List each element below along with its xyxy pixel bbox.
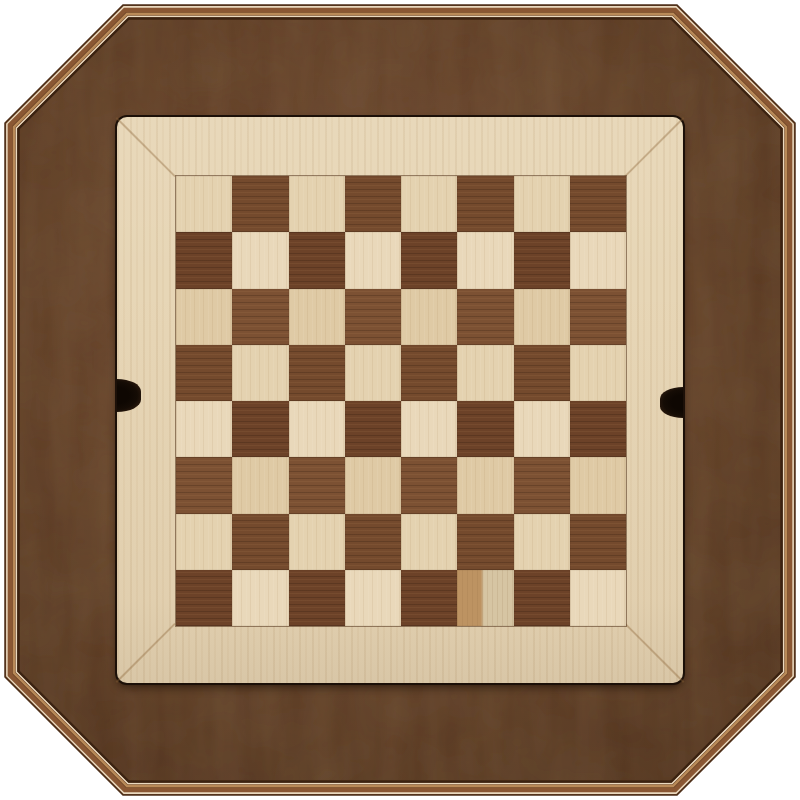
square-h3[interactable]: [570, 457, 626, 513]
square-d8[interactable]: [345, 176, 401, 232]
square-g7[interactable]: [514, 232, 570, 288]
board-insert: [117, 117, 683, 683]
game-table-scene: [0, 0, 800, 800]
square-a1[interactable]: [176, 570, 232, 626]
square-d2[interactable]: [345, 514, 401, 570]
square-d3[interactable]: [345, 457, 401, 513]
square-c8[interactable]: [289, 176, 345, 232]
square-d7[interactable]: [345, 232, 401, 288]
frame-miter-seam-bottom-right: [624, 623, 684, 683]
square-e8[interactable]: [401, 176, 457, 232]
square-h5[interactable]: [570, 345, 626, 401]
square-c6[interactable]: [289, 289, 345, 345]
square-c3[interactable]: [289, 457, 345, 513]
square-d1[interactable]: [345, 570, 401, 626]
square-f4[interactable]: [457, 401, 513, 457]
square-a2[interactable]: [176, 514, 232, 570]
square-b8[interactable]: [232, 176, 288, 232]
square-h1[interactable]: [570, 570, 626, 626]
square-g3[interactable]: [514, 457, 570, 513]
frame-miter-seam-top-left: [116, 117, 176, 177]
square-e1[interactable]: [401, 570, 457, 626]
square-g4[interactable]: [514, 401, 570, 457]
square-b1[interactable]: [232, 570, 288, 626]
square-a6[interactable]: [176, 289, 232, 345]
square-d6[interactable]: [345, 289, 401, 345]
square-e4[interactable]: [401, 401, 457, 457]
square-h4[interactable]: [570, 401, 626, 457]
square-a5[interactable]: [176, 345, 232, 401]
square-c1[interactable]: [289, 570, 345, 626]
square-h8[interactable]: [570, 176, 626, 232]
square-g2[interactable]: [514, 514, 570, 570]
square-f5[interactable]: [457, 345, 513, 401]
finger-notch-right[interactable]: [660, 387, 683, 418]
square-h7[interactable]: [570, 232, 626, 288]
square-b3[interactable]: [232, 457, 288, 513]
square-g5[interactable]: [514, 345, 570, 401]
square-f6[interactable]: [457, 289, 513, 345]
square-g8[interactable]: [514, 176, 570, 232]
square-g6[interactable]: [514, 289, 570, 345]
square-f2[interactable]: [457, 514, 513, 570]
square-b4[interactable]: [232, 401, 288, 457]
square-b7[interactable]: [232, 232, 288, 288]
square-b2[interactable]: [232, 514, 288, 570]
square-a7[interactable]: [176, 232, 232, 288]
square-e6[interactable]: [401, 289, 457, 345]
square-a4[interactable]: [176, 401, 232, 457]
square-c4[interactable]: [289, 401, 345, 457]
square-e7[interactable]: [401, 232, 457, 288]
square-f7[interactable]: [457, 232, 513, 288]
square-g1[interactable]: [514, 570, 570, 626]
square-f8[interactable]: [457, 176, 513, 232]
square-c2[interactable]: [289, 514, 345, 570]
square-e3[interactable]: [401, 457, 457, 513]
square-h6[interactable]: [570, 289, 626, 345]
chessboard: [175, 175, 627, 627]
square-e2[interactable]: [401, 514, 457, 570]
square-b5[interactable]: [232, 345, 288, 401]
square-c7[interactable]: [289, 232, 345, 288]
square-f3[interactable]: [457, 457, 513, 513]
square-f1[interactable]: [457, 570, 513, 626]
square-a8[interactable]: [176, 176, 232, 232]
square-e5[interactable]: [401, 345, 457, 401]
frame-miter-seam-bottom-left: [116, 623, 176, 683]
square-b6[interactable]: [232, 289, 288, 345]
square-c5[interactable]: [289, 345, 345, 401]
square-d5[interactable]: [345, 345, 401, 401]
square-d4[interactable]: [345, 401, 401, 457]
finger-notch-left[interactable]: [117, 379, 141, 412]
square-a3[interactable]: [176, 457, 232, 513]
square-h2[interactable]: [570, 514, 626, 570]
frame-miter-seam-top-right: [624, 117, 684, 177]
